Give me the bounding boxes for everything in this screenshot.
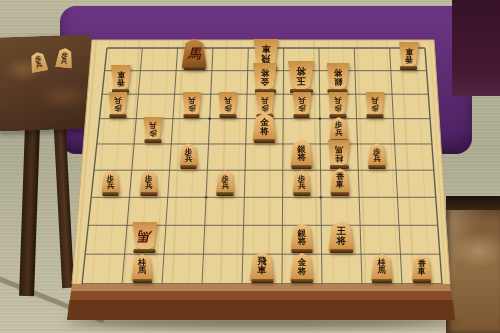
piece-kanji: 馬	[335, 146, 343, 154]
piece-gote-pawn[interactable]: 歩兵	[219, 92, 238, 116]
piece-kanji: 兵	[145, 182, 153, 190]
piece-gote-gold[interactable]: 金将	[253, 63, 277, 91]
piece-sente-gold[interactable]: 金将	[290, 253, 314, 281]
piece-base	[183, 66, 205, 70]
piece-kanji: 将	[297, 67, 307, 77]
piece-sente-pawn[interactable]: 歩兵	[139, 170, 158, 194]
piece-kanji: 兵	[298, 182, 306, 190]
piece-gote-knight[interactable]: 桂馬	[328, 140, 350, 167]
piece-kanji: 車	[261, 44, 270, 53]
piece-kanji: 兵	[114, 96, 122, 104]
piece-sente-knight[interactable]: 桂馬	[371, 254, 393, 281]
piece-gote-lance[interactable]: 香車	[111, 65, 131, 91]
piece-base	[217, 192, 234, 196]
shogi-scene: 歩兵歩兵 馬飛車香車香車金将玉将銀将歩兵歩兵歩兵歩兵歩兵歩兵歩兵歩兵金将歩兵歩兵…	[0, 0, 500, 333]
shogi-board[interactable]	[0, 0, 500, 333]
piece-sente-king[interactable]: 王将	[328, 221, 354, 251]
piece-base	[110, 114, 127, 118]
piece-sente-lance[interactable]: 香車	[330, 168, 350, 194]
piece-sente-pawn[interactable]: 歩兵	[292, 170, 311, 194]
piece-kanji: 将	[337, 236, 347, 246]
piece-gote-lance[interactable]: 香車	[399, 42, 419, 68]
piece-base	[183, 114, 200, 118]
piece-kanji: 将	[298, 267, 307, 276]
piece-sente-pawn[interactable]: 歩兵	[216, 170, 235, 194]
piece-sente-rook[interactable]: 飛車	[250, 252, 275, 281]
piece-base	[372, 279, 391, 283]
piece-sente-knight[interactable]: 桂馬	[131, 254, 153, 281]
piece-kanji: 兵	[222, 182, 230, 190]
piece-sente-silver[interactable]: 銀将	[290, 223, 313, 251]
piece-base	[251, 279, 273, 283]
piece-gote-silver[interactable]: 銀将	[326, 63, 349, 91]
piece-gote-pawn[interactable]: 歩兵	[143, 117, 162, 141]
piece-kanji: 馬	[138, 230, 151, 243]
piece-base	[133, 279, 152, 283]
piece-sente-pawn[interactable]: 歩兵	[329, 117, 348, 141]
piece-kanji: 兵	[371, 96, 379, 104]
piece-kanji: 兵	[335, 129, 343, 137]
piece-kanji: 桂	[335, 154, 343, 162]
piece-kanji: 飛	[261, 53, 270, 62]
piece-kanji: 将	[260, 127, 269, 136]
piece-gote-pawn[interactable]: 歩兵	[365, 92, 384, 116]
piece-kanji: 兵	[373, 155, 381, 163]
piece-base	[293, 192, 310, 196]
piece-kanji: 馬	[378, 267, 386, 275]
piece-base	[330, 249, 353, 253]
piece-kanji: 将	[297, 153, 306, 162]
piece-gote-pawn[interactable]: 歩兵	[109, 92, 128, 116]
piece-kanji: 兵	[298, 96, 306, 104]
piece-kanji: 将	[298, 237, 307, 246]
piece-kanji: 兵	[334, 96, 342, 104]
piece-kanji: 車	[117, 70, 125, 78]
piece-base	[400, 66, 418, 70]
piece-kanji: 銀	[333, 77, 342, 86]
piece-base	[331, 192, 349, 196]
piece-kanji: 将	[261, 69, 270, 78]
piece-kanji: 将	[333, 69, 342, 78]
piece-kanji: 金	[261, 77, 270, 86]
piece-kanji: 車	[336, 181, 344, 189]
piece-kanji: 馬	[138, 267, 146, 275]
piece-base	[291, 279, 312, 283]
piece-gote-king[interactable]: 玉将	[288, 61, 314, 91]
piece-base	[134, 249, 156, 253]
piece-gote-pawn[interactable]: 歩兵	[182, 92, 201, 116]
piece-kanji: 兵	[261, 96, 269, 104]
piece-kanji: 兵	[107, 182, 115, 190]
piece-base	[369, 165, 386, 169]
piece-gote-promoted-bishop[interactable]: 馬	[132, 222, 157, 251]
piece-base	[220, 114, 237, 118]
piece-sente-pawn[interactable]: 歩兵	[368, 143, 387, 167]
piece-base	[413, 279, 431, 283]
piece-base	[140, 192, 157, 196]
piece-base	[254, 139, 275, 143]
piece-base	[180, 165, 197, 169]
piece-gote-pawn[interactable]: 歩兵	[329, 92, 348, 116]
piece-kanji: 香	[117, 78, 125, 86]
piece-kanji: 車	[258, 266, 267, 275]
piece-base	[293, 114, 310, 118]
piece-base	[145, 139, 162, 143]
piece-sente-pawn[interactable]: 歩兵	[101, 170, 120, 194]
piece-base	[292, 165, 312, 169]
piece-sente-lance[interactable]: 香車	[412, 255, 432, 281]
piece-kanji: 歩	[149, 129, 157, 137]
piece-gote-pawn[interactable]: 歩兵	[292, 92, 311, 116]
piece-kanji: 兵	[224, 96, 232, 104]
piece-sente-promoted-bishop[interactable]: 馬	[182, 39, 207, 68]
piece-kanji: 車	[405, 47, 413, 55]
piece-kanji: 兵	[185, 155, 193, 163]
piece-kanji: 玉	[297, 76, 307, 86]
piece-kanji: 兵	[188, 96, 196, 104]
piece-sente-pawn[interactable]: 歩兵	[179, 143, 198, 167]
piece-base	[102, 192, 119, 196]
piece-kanji: 兵	[149, 121, 157, 129]
piece-kanji: 車	[418, 268, 426, 276]
piece-sente-silver[interactable]: 銀将	[290, 139, 313, 167]
piece-sente-gold[interactable]: 金将	[252, 113, 276, 141]
piece-kanji: 馬	[188, 47, 201, 60]
piece-base	[366, 114, 383, 118]
